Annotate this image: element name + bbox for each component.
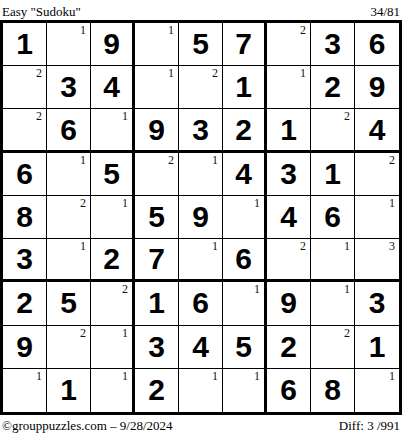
clue-counter: 34/81 xyxy=(370,3,400,20)
pencil-mark: 1 xyxy=(122,109,128,123)
pencil-mark: 2 xyxy=(168,153,174,167)
cell-r9c9[interactable]: 1 xyxy=(355,369,399,412)
given-digit: 2 xyxy=(223,109,264,149)
given-digit: 9 xyxy=(267,282,310,324)
given-digit: 2 xyxy=(135,369,178,412)
pencil-mark: 1 xyxy=(254,369,260,383)
pencil-mark: 2 xyxy=(80,196,86,210)
given-digit: 7 xyxy=(223,23,264,65)
cell-r4c4[interactable]: 2 xyxy=(135,153,179,196)
cell-r7c1[interactable]: 2 xyxy=(3,282,47,325)
cell-r5c5[interactable]: 9 xyxy=(179,196,223,239)
pencil-mark: 1 xyxy=(212,369,218,383)
cell-r8c1[interactable]: 9 xyxy=(3,326,47,369)
pencil-mark: 1 xyxy=(389,196,395,210)
given-digit: 9 xyxy=(355,66,399,108)
page-header: Easy "Sudoku" 34/81 xyxy=(0,0,402,20)
given-digit: 3 xyxy=(3,239,46,279)
cell-r4c1[interactable]: 6 xyxy=(3,153,47,196)
cell-r8c4[interactable]: 3 xyxy=(135,326,179,369)
cell-r1c3[interactable]: 9 xyxy=(91,23,135,66)
pencil-mark: 1 xyxy=(254,282,260,296)
cell-r5c7[interactable]: 4 xyxy=(267,196,311,239)
pencil-mark: 1 xyxy=(168,23,174,37)
given-digit: 4 xyxy=(355,109,399,149)
given-digit: 6 xyxy=(179,282,222,324)
pencil-mark: 2 xyxy=(389,153,395,167)
cell-r3c8[interactable]: 2 xyxy=(311,109,355,152)
pencil-mark: 2 xyxy=(300,23,306,37)
cell-r8c9[interactable]: 1 xyxy=(355,326,399,369)
given-digit: 6 xyxy=(355,23,399,65)
pencil-mark: 1 xyxy=(300,66,306,80)
given-digit: 5 xyxy=(179,23,222,65)
cell-r3c9[interactable]: 4 xyxy=(355,109,399,152)
cell-r3c2[interactable]: 6 xyxy=(47,109,91,152)
given-digit: 5 xyxy=(91,153,132,195)
cell-r6c4[interactable]: 7 xyxy=(135,239,179,282)
pencil-mark: 2 xyxy=(36,109,42,123)
cell-r4c7[interactable]: 3 xyxy=(267,153,311,196)
cell-r4c9[interactable]: 2 xyxy=(355,153,399,196)
given-digit: 1 xyxy=(355,326,399,368)
given-digit: 2 xyxy=(267,326,310,368)
given-digit: 3 xyxy=(135,326,178,368)
cell-r3c1[interactable]: 2 xyxy=(3,109,47,152)
pencil-mark: 1 xyxy=(36,369,42,383)
cell-r1c8[interactable]: 3 xyxy=(311,23,355,66)
cell-r5c6[interactable]: 1 xyxy=(223,196,267,239)
given-digit: 2 xyxy=(91,239,132,279)
cell-r7c8[interactable]: 1 xyxy=(311,282,355,325)
given-digit: 9 xyxy=(3,326,46,368)
cell-r1c6[interactable]: 7 xyxy=(223,23,267,66)
pencil-mark: 1 xyxy=(80,153,86,167)
cell-r6c3[interactable]: 2 xyxy=(91,239,135,282)
given-digit: 9 xyxy=(179,196,222,238)
given-digit: 4 xyxy=(223,153,264,195)
pencil-mark: 2 xyxy=(212,66,218,80)
pencil-mark: 1 xyxy=(212,239,218,253)
cell-r7c9[interactable]: 3 xyxy=(355,282,399,325)
cell-r1c5[interactable]: 5 xyxy=(179,23,223,66)
cell-r9c1[interactable]: 1 xyxy=(3,369,47,412)
cell-r2c6[interactable]: 1 xyxy=(223,66,267,109)
pencil-mark: 1 xyxy=(254,196,260,210)
cell-r5c3[interactable]: 1 xyxy=(91,196,135,239)
cell-r6c1[interactable]: 3 xyxy=(3,239,47,282)
cell-r2c3[interactable]: 4 xyxy=(91,66,135,109)
given-digit: 4 xyxy=(267,196,310,238)
cell-r4c8[interactable]: 1 xyxy=(311,153,355,196)
cell-r1c9[interactable]: 6 xyxy=(355,23,399,66)
given-digit: 2 xyxy=(3,282,46,324)
cell-r8c2[interactable]: 2 xyxy=(47,326,91,369)
pencil-mark: 2 xyxy=(80,326,86,340)
pencil-mark: 1 xyxy=(344,282,350,296)
cell-r4c3[interactable]: 5 xyxy=(91,153,135,196)
pencil-mark: 1 xyxy=(389,369,395,383)
cell-r7c7[interactable]: 9 xyxy=(267,282,311,325)
given-digit: 5 xyxy=(223,326,264,368)
pencil-mark: 1 xyxy=(80,239,86,253)
given-digit: 3 xyxy=(267,153,310,195)
cell-r2c7[interactable]: 1 xyxy=(267,66,311,109)
given-digit: 5 xyxy=(47,282,90,324)
cell-r9c8[interactable]: 8 xyxy=(311,369,355,412)
cell-r5c8[interactable]: 6 xyxy=(311,196,355,239)
cell-r9c2[interactable]: 1 xyxy=(47,369,91,412)
cell-r2c8[interactable]: 2 xyxy=(311,66,355,109)
cell-r7c6[interactable]: 1 xyxy=(223,282,267,325)
pencil-mark: 1 xyxy=(122,196,128,210)
cell-r1c7[interactable]: 2 xyxy=(267,23,311,66)
cell-r8c8[interactable]: 2 xyxy=(311,326,355,369)
given-digit: 7 xyxy=(135,239,178,279)
given-digit: 8 xyxy=(311,369,354,412)
cell-r3c5[interactable]: 3 xyxy=(179,109,223,152)
cell-r6c6[interactable]: 6 xyxy=(223,239,267,282)
cell-r8c5[interactable]: 4 xyxy=(179,326,223,369)
given-digit: 3 xyxy=(179,109,222,149)
given-digit: 9 xyxy=(91,23,132,65)
given-digit: 5 xyxy=(135,196,178,238)
page-footer: ©grouppuzzles.com – 9/28/2024 Diff: 3 /9… xyxy=(0,415,402,437)
cell-r1c4[interactable]: 1 xyxy=(135,23,179,66)
pencil-mark: 2 xyxy=(36,66,42,80)
given-digit: 6 xyxy=(47,109,90,149)
copyright-text: ©grouppuzzles.com – 9/28/2024 xyxy=(2,418,173,434)
given-digit: 1 xyxy=(223,66,264,108)
cell-r8c3[interactable]: 1 xyxy=(91,326,135,369)
cell-r9c5[interactable]: 1 xyxy=(179,369,223,412)
given-digit: 1 xyxy=(47,369,90,412)
given-digit: 6 xyxy=(267,369,310,412)
cell-r1c2[interactable]: 1 xyxy=(47,23,91,66)
cell-r9c4[interactable]: 2 xyxy=(135,369,179,412)
given-digit: 1 xyxy=(3,23,46,65)
cell-r7c4[interactable]: 1 xyxy=(135,282,179,325)
given-digit: 3 xyxy=(311,23,354,65)
cell-r6c9[interactable]: 3 xyxy=(355,239,399,282)
cell-r2c1[interactable]: 2 xyxy=(3,66,47,109)
pencil-mark: 1 xyxy=(212,153,218,167)
given-digit: 3 xyxy=(355,282,399,324)
pencil-mark: 1 xyxy=(80,23,86,37)
pencil-mark: 1 xyxy=(344,239,350,253)
pencil-mark: 2 xyxy=(344,326,350,340)
cell-r5c9[interactable]: 1 xyxy=(355,196,399,239)
cell-r6c2[interactable]: 1 xyxy=(47,239,91,282)
cell-r3c4[interactable]: 9 xyxy=(135,109,179,152)
page-title: Easy "Sudoku" xyxy=(2,3,81,20)
given-digit: 2 xyxy=(311,66,354,108)
given-digit: 1 xyxy=(135,282,178,324)
cell-r6c5[interactable]: 1 xyxy=(179,239,223,282)
given-digit: 1 xyxy=(267,109,310,149)
cell-r4c5[interactable]: 1 xyxy=(179,153,223,196)
cell-r4c6[interactable]: 4 xyxy=(223,153,267,196)
pencil-mark: 1 xyxy=(168,66,174,80)
cell-r2c9[interactable]: 9 xyxy=(355,66,399,109)
pencil-mark: 1 xyxy=(122,369,128,383)
cell-r7c3[interactable]: 2 xyxy=(91,282,135,325)
given-digit: 8 xyxy=(3,196,46,238)
pencil-mark: 3 xyxy=(389,239,395,253)
cell-r3c3[interactable]: 1 xyxy=(91,109,135,152)
cell-r5c4[interactable]: 5 xyxy=(135,196,179,239)
cell-r8c6[interactable]: 5 xyxy=(223,326,267,369)
cell-r5c1[interactable]: 8 xyxy=(3,196,47,239)
given-digit: 6 xyxy=(223,239,264,279)
pencil-mark: 1 xyxy=(122,326,128,340)
difficulty-text: Diff: 3 /991 xyxy=(339,418,400,434)
given-digit: 6 xyxy=(3,153,46,195)
given-digit: 3 xyxy=(47,66,90,108)
cell-r3c6[interactable]: 2 xyxy=(223,109,267,152)
cell-r6c7[interactable]: 2 xyxy=(267,239,311,282)
sudoku-board: 1191572362341211292619321246152143128215… xyxy=(0,20,402,415)
cell-r1c1[interactable]: 1 xyxy=(3,23,47,66)
cell-r2c2[interactable]: 3 xyxy=(47,66,91,109)
cell-r7c2[interactable]: 5 xyxy=(47,282,91,325)
given-digit: 4 xyxy=(91,66,132,108)
pencil-mark: 2 xyxy=(122,282,128,296)
cell-r7c5[interactable]: 6 xyxy=(179,282,223,325)
cell-r6c8[interactable]: 1 xyxy=(311,239,355,282)
given-digit: 4 xyxy=(179,326,222,368)
cell-r4c2[interactable]: 1 xyxy=(47,153,91,196)
cell-r9c3[interactable]: 1 xyxy=(91,369,135,412)
given-digit: 9 xyxy=(135,109,178,149)
cell-r8c7[interactable]: 2 xyxy=(267,326,311,369)
sudoku-page: Easy "Sudoku" 34/81 11915723623412112926… xyxy=(0,0,402,437)
cell-r9c6[interactable]: 1 xyxy=(223,369,267,412)
given-digit: 1 xyxy=(311,153,354,195)
pencil-mark: 2 xyxy=(344,109,350,123)
cell-r5c2[interactable]: 2 xyxy=(47,196,91,239)
cell-r9c7[interactable]: 6 xyxy=(267,369,311,412)
pencil-mark: 2 xyxy=(300,239,306,253)
cell-r2c5[interactable]: 2 xyxy=(179,66,223,109)
given-digit: 6 xyxy=(311,196,354,238)
cell-r3c7[interactable]: 1 xyxy=(267,109,311,152)
cell-r2c4[interactable]: 1 xyxy=(135,66,179,109)
